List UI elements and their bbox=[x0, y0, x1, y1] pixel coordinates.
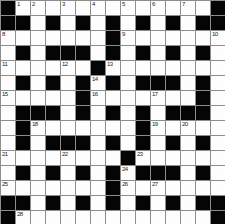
grid-cell[interactable] bbox=[106, 211, 121, 224]
grid-cell[interactable]: 27 bbox=[151, 181, 166, 196]
grid-cell[interactable]: 5 bbox=[121, 1, 136, 16]
grid-cell[interactable] bbox=[31, 31, 46, 46]
black-cell bbox=[91, 61, 106, 76]
grid-cell[interactable] bbox=[91, 46, 106, 61]
grid-cell[interactable]: 10 bbox=[211, 31, 225, 46]
grid-cell[interactable]: 11 bbox=[1, 61, 16, 76]
black-cell bbox=[106, 46, 121, 61]
grid-cell[interactable] bbox=[31, 76, 46, 91]
black-cell bbox=[151, 76, 166, 91]
black-cell bbox=[196, 166, 211, 181]
grid-cell[interactable] bbox=[61, 91, 76, 106]
grid-cell[interactable] bbox=[121, 61, 136, 76]
grid-cell[interactable] bbox=[61, 106, 76, 121]
clue-number: 1 bbox=[17, 1, 20, 8]
grid-cell[interactable] bbox=[1, 121, 16, 136]
black-cell bbox=[106, 136, 121, 151]
black-cell bbox=[16, 76, 31, 91]
black-cell bbox=[46, 136, 61, 151]
grid-cell[interactable] bbox=[46, 31, 61, 46]
grid-cell[interactable] bbox=[31, 181, 46, 196]
grid-cell[interactable] bbox=[121, 91, 136, 106]
grid-cell[interactable] bbox=[91, 151, 106, 166]
black-cell bbox=[1, 211, 16, 224]
grid-cell[interactable] bbox=[181, 91, 196, 106]
grid-cell[interactable] bbox=[31, 166, 46, 181]
grid-cell[interactable] bbox=[196, 31, 211, 46]
clue-number: 15 bbox=[2, 91, 8, 98]
grid-cell[interactable] bbox=[76, 1, 91, 16]
grid-cell[interactable] bbox=[1, 106, 16, 121]
black-cell bbox=[46, 46, 61, 61]
grid-cell[interactable] bbox=[61, 31, 76, 46]
grid-cell[interactable] bbox=[61, 211, 76, 224]
grid-cell[interactable]: 22 bbox=[61, 151, 76, 166]
grid-cell[interactable] bbox=[211, 181, 225, 196]
black-cell bbox=[76, 166, 91, 181]
grid-cell[interactable]: 16 bbox=[91, 91, 106, 106]
grid-cell[interactable]: 4 bbox=[91, 1, 106, 16]
black-cell bbox=[31, 106, 46, 121]
grid-cell[interactable] bbox=[76, 211, 91, 224]
grid-cell[interactable] bbox=[181, 31, 196, 46]
black-cell bbox=[106, 181, 121, 196]
grid-cell[interactable] bbox=[91, 196, 106, 211]
grid-cell[interactable] bbox=[121, 196, 136, 211]
black-cell bbox=[106, 76, 121, 91]
grid-cell[interactable] bbox=[181, 196, 196, 211]
grid-cell[interactable] bbox=[91, 16, 106, 31]
grid-cell[interactable] bbox=[46, 91, 61, 106]
grid-cell[interactable] bbox=[151, 61, 166, 76]
grid-cell[interactable] bbox=[181, 61, 196, 76]
grid-cell[interactable] bbox=[121, 121, 136, 136]
black-cell bbox=[211, 211, 225, 224]
grid-cell[interactable] bbox=[136, 211, 151, 224]
black-cell bbox=[211, 16, 225, 31]
clue-number: 4 bbox=[92, 1, 95, 8]
clue-number: 7 bbox=[182, 1, 185, 8]
black-cell bbox=[196, 76, 211, 91]
clue-number: 11 bbox=[2, 61, 7, 68]
grid-cell[interactable] bbox=[196, 1, 211, 16]
black-cell bbox=[166, 136, 181, 151]
black-cell bbox=[76, 76, 91, 91]
black-cell bbox=[16, 106, 31, 121]
grid-cell[interactable]: 17 bbox=[151, 91, 166, 106]
grid-cell[interactable] bbox=[76, 151, 91, 166]
grid-cell[interactable] bbox=[166, 211, 181, 224]
black-cell bbox=[106, 106, 121, 121]
grid-cell[interactable] bbox=[211, 151, 225, 166]
grid-cell[interactable] bbox=[1, 76, 16, 91]
grid-cell[interactable] bbox=[31, 151, 46, 166]
clue-number: 12 bbox=[62, 61, 68, 68]
clue-number: 9 bbox=[122, 31, 125, 38]
black-cell bbox=[136, 136, 151, 151]
black-cell bbox=[46, 106, 61, 121]
grid-cell[interactable]: 1 bbox=[16, 1, 31, 16]
grid-cell[interactable] bbox=[91, 31, 106, 46]
grid-cell[interactable] bbox=[91, 211, 106, 224]
black-cell bbox=[76, 91, 91, 106]
grid-cell[interactable] bbox=[16, 31, 31, 46]
grid-cell[interactable] bbox=[151, 151, 166, 166]
clue-number: 13 bbox=[107, 61, 113, 68]
grid-cell[interactable] bbox=[16, 181, 31, 196]
black-cell bbox=[76, 46, 91, 61]
grid-cell[interactable] bbox=[1, 46, 16, 61]
black-cell bbox=[76, 106, 91, 121]
black-cell bbox=[136, 166, 151, 181]
grid-cell[interactable] bbox=[31, 46, 46, 61]
clue-number: 14 bbox=[92, 76, 98, 83]
black-cell bbox=[76, 196, 91, 211]
grid-cell[interactable]: 28 bbox=[16, 211, 31, 224]
black-cell bbox=[121, 151, 136, 166]
black-cell bbox=[106, 166, 121, 181]
grid-cell[interactable] bbox=[136, 61, 151, 76]
black-cell bbox=[196, 91, 211, 106]
grid-cell[interactable] bbox=[211, 136, 225, 151]
grid-cell[interactable]: 9 bbox=[121, 31, 136, 46]
grid-cell[interactable] bbox=[106, 91, 121, 106]
black-cell bbox=[166, 106, 181, 121]
grid-cell[interactable] bbox=[31, 91, 46, 106]
black-cell bbox=[106, 196, 121, 211]
black-cell bbox=[76, 16, 91, 31]
grid-cell[interactable] bbox=[166, 31, 181, 46]
black-cell bbox=[196, 46, 211, 61]
black-cell bbox=[46, 196, 61, 211]
clue-number: 22 bbox=[62, 151, 68, 158]
grid-cell[interactable] bbox=[181, 46, 196, 61]
grid-cell[interactable] bbox=[211, 61, 225, 76]
grid-cell[interactable]: 18 bbox=[31, 121, 46, 136]
grid-cell[interactable] bbox=[211, 106, 225, 121]
grid-cell[interactable] bbox=[106, 121, 121, 136]
grid-cell[interactable] bbox=[91, 121, 106, 136]
grid-cell[interactable] bbox=[136, 1, 151, 16]
grid-cell[interactable] bbox=[31, 61, 46, 76]
black-cell bbox=[1, 196, 16, 211]
grid-cell[interactable] bbox=[91, 106, 106, 121]
grid-cell[interactable] bbox=[136, 31, 151, 46]
black-cell bbox=[136, 106, 151, 121]
black-cell bbox=[181, 106, 196, 121]
grid-cell[interactable] bbox=[16, 61, 31, 76]
grid-cell[interactable]: 19 bbox=[151, 121, 166, 136]
grid-cell[interactable] bbox=[196, 181, 211, 196]
clue-number: 19 bbox=[152, 121, 158, 128]
grid-cell[interactable] bbox=[31, 211, 46, 224]
clue-number: 27 bbox=[152, 181, 158, 188]
grid-cell[interactable] bbox=[196, 151, 211, 166]
grid-cell[interactable] bbox=[181, 181, 196, 196]
grid-cell[interactable] bbox=[121, 211, 136, 224]
grid-cell[interactable] bbox=[151, 196, 166, 211]
grid-cell[interactable] bbox=[151, 46, 166, 61]
grid-cell[interactable] bbox=[181, 211, 196, 224]
grid-cell[interactable] bbox=[16, 91, 31, 106]
clue-number: 20 bbox=[182, 121, 188, 128]
black-cell bbox=[61, 46, 76, 61]
grid-cell[interactable] bbox=[151, 211, 166, 224]
grid-cell[interactable]: 20 bbox=[181, 121, 196, 136]
grid-cell[interactable] bbox=[61, 76, 76, 91]
grid-cell[interactable] bbox=[181, 136, 196, 151]
black-cell bbox=[136, 121, 151, 136]
grid-cell[interactable] bbox=[151, 31, 166, 46]
grid-cell[interactable] bbox=[196, 211, 211, 224]
grid-cell[interactable] bbox=[106, 151, 121, 166]
black-cell bbox=[1, 16, 16, 31]
grid-cell[interactable] bbox=[31, 16, 46, 31]
grid-cell[interactable] bbox=[91, 181, 106, 196]
grid-cell[interactable] bbox=[121, 46, 136, 61]
grid-cell[interactable]: 21 bbox=[1, 151, 16, 166]
black-cell bbox=[46, 76, 61, 91]
black-cell bbox=[16, 196, 31, 211]
grid-cell[interactable] bbox=[16, 151, 31, 166]
grid-cell[interactable] bbox=[91, 136, 106, 151]
grid-cell[interactable] bbox=[196, 61, 211, 76]
grid-cell[interactable] bbox=[166, 61, 181, 76]
grid-cell[interactable] bbox=[46, 211, 61, 224]
grid-cell[interactable] bbox=[166, 121, 181, 136]
crossword-grid: 1234567891011121314151617181920212223242… bbox=[0, 0, 225, 224]
clue-number: 6 bbox=[152, 1, 155, 8]
black-cell bbox=[61, 136, 76, 151]
black-cell bbox=[166, 196, 181, 211]
grid-cell[interactable] bbox=[76, 121, 91, 136]
black-cell bbox=[16, 166, 31, 181]
black-cell bbox=[211, 1, 225, 16]
black-cell bbox=[1, 1, 16, 16]
grid-cell[interactable] bbox=[211, 166, 225, 181]
grid-cell[interactable] bbox=[151, 106, 166, 121]
black-cell bbox=[136, 196, 151, 211]
grid-cell[interactable]: 6 bbox=[151, 1, 166, 16]
grid-cell[interactable]: 2 bbox=[31, 1, 46, 16]
grid-cell[interactable]: 13 bbox=[106, 61, 121, 76]
black-cell bbox=[16, 121, 31, 136]
grid-cell[interactable] bbox=[31, 196, 46, 211]
grid-cell[interactable] bbox=[106, 1, 121, 16]
clue-number: 8 bbox=[2, 31, 5, 38]
grid-cell[interactable] bbox=[46, 61, 61, 76]
grid-cell[interactable] bbox=[46, 1, 61, 16]
crossword-board-container: 1234567891011121314151617181920212223242… bbox=[0, 0, 225, 224]
grid-cell[interactable] bbox=[136, 91, 151, 106]
grid-cell[interactable] bbox=[181, 151, 196, 166]
black-cell bbox=[46, 16, 61, 31]
black-cell bbox=[136, 46, 151, 61]
grid-cell[interactable] bbox=[121, 136, 136, 151]
grid-cell[interactable] bbox=[46, 151, 61, 166]
clue-number: 17 bbox=[152, 91, 158, 98]
black-cell bbox=[16, 16, 31, 31]
grid-cell[interactable] bbox=[76, 61, 91, 76]
black-cell bbox=[151, 166, 166, 181]
grid-cell[interactable] bbox=[1, 166, 16, 181]
grid-cell[interactable]: 7 bbox=[181, 1, 196, 16]
clue-number: 24 bbox=[122, 166, 128, 173]
grid-cell[interactable] bbox=[166, 151, 181, 166]
grid-cell[interactable] bbox=[196, 121, 211, 136]
grid-cell[interactable] bbox=[121, 76, 136, 91]
black-cell bbox=[136, 76, 151, 91]
clue-number: 3 bbox=[62, 1, 65, 8]
grid-cell[interactable] bbox=[46, 181, 61, 196]
grid-cell[interactable]: 15 bbox=[1, 91, 16, 106]
grid-cell[interactable] bbox=[151, 136, 166, 151]
black-cell bbox=[196, 16, 211, 31]
grid-cell[interactable] bbox=[181, 166, 196, 181]
grid-cell[interactable] bbox=[61, 196, 76, 211]
clue-number: 2 bbox=[32, 1, 35, 8]
grid-cell[interactable] bbox=[46, 121, 61, 136]
grid-cell[interactable] bbox=[61, 121, 76, 136]
clue-number: 28 bbox=[17, 211, 23, 218]
clue-number: 10 bbox=[212, 31, 218, 38]
clue-number: 23 bbox=[137, 151, 143, 158]
grid-cell[interactable] bbox=[211, 121, 225, 136]
black-cell bbox=[166, 46, 181, 61]
black-cell bbox=[136, 16, 151, 31]
grid-cell[interactable]: 3 bbox=[61, 1, 76, 16]
black-cell bbox=[46, 166, 61, 181]
grid-cell[interactable] bbox=[1, 136, 16, 151]
clue-number: 5 bbox=[122, 1, 125, 8]
grid-cell[interactable] bbox=[166, 91, 181, 106]
grid-cell[interactable] bbox=[181, 76, 196, 91]
black-cell bbox=[16, 136, 31, 151]
clue-number: 21 bbox=[2, 151, 8, 158]
grid-cell[interactable] bbox=[31, 136, 46, 151]
grid-cell[interactable] bbox=[211, 46, 225, 61]
black-cell bbox=[16, 46, 31, 61]
grid-cell[interactable]: 12 bbox=[61, 61, 76, 76]
grid-cell[interactable] bbox=[121, 16, 136, 31]
grid-cell[interactable]: 23 bbox=[136, 151, 151, 166]
grid-cell[interactable] bbox=[61, 166, 76, 181]
black-cell bbox=[196, 106, 211, 121]
clue-number: 25 bbox=[2, 181, 8, 188]
black-cell bbox=[76, 136, 91, 151]
grid-cell[interactable] bbox=[91, 166, 106, 181]
grid-cell[interactable] bbox=[181, 16, 196, 31]
grid-cell[interactable] bbox=[211, 91, 225, 106]
black-cell bbox=[166, 76, 181, 91]
black-cell bbox=[166, 166, 181, 181]
grid-cell[interactable] bbox=[166, 1, 181, 16]
grid-cell[interactable] bbox=[76, 31, 91, 46]
grid-cell[interactable]: 14 bbox=[91, 76, 106, 91]
grid-cell[interactable] bbox=[166, 181, 181, 196]
clue-number: 18 bbox=[32, 121, 38, 128]
black-cell bbox=[166, 16, 181, 31]
black-cell bbox=[106, 31, 121, 46]
grid-cell[interactable] bbox=[136, 181, 151, 196]
grid-cell[interactable]: 26 bbox=[121, 181, 136, 196]
grid-cell[interactable] bbox=[61, 181, 76, 196]
grid-cell[interactable] bbox=[61, 16, 76, 31]
clue-number: 26 bbox=[122, 181, 128, 188]
grid-cell[interactable] bbox=[211, 76, 225, 91]
black-cell bbox=[196, 136, 211, 151]
grid-cell[interactable]: 25 bbox=[1, 181, 16, 196]
clue-number: 16 bbox=[92, 91, 98, 98]
grid-cell[interactable] bbox=[76, 181, 91, 196]
black-cell bbox=[196, 196, 211, 211]
black-cell bbox=[106, 16, 121, 31]
grid-cell[interactable] bbox=[121, 106, 136, 121]
grid-cell[interactable]: 8 bbox=[1, 31, 16, 46]
grid-cell[interactable] bbox=[151, 16, 166, 31]
grid-cell[interactable]: 24 bbox=[121, 166, 136, 181]
black-cell bbox=[211, 196, 225, 211]
